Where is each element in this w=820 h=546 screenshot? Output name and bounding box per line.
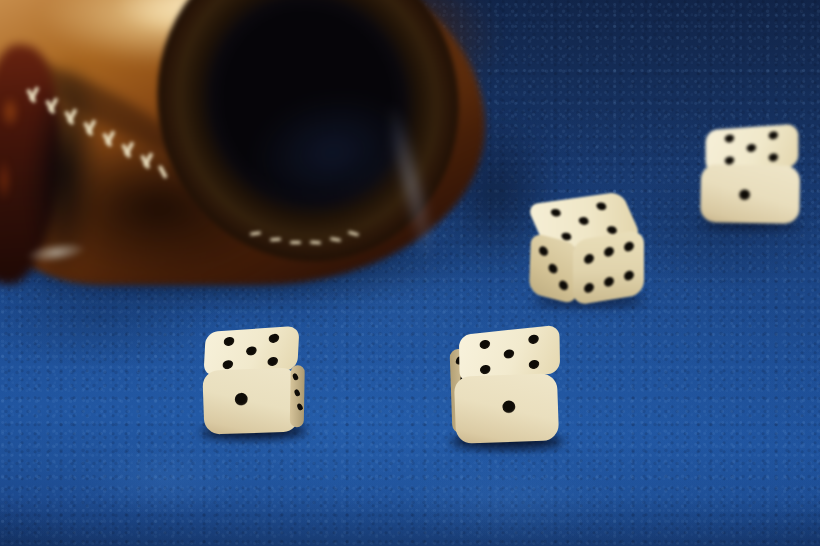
pip [604,247,614,259]
pip [502,400,515,413]
die-1-front-face-1 [202,368,299,435]
pip [769,131,779,140]
die-4 [698,125,804,226]
pip [747,144,757,153]
pip [559,280,568,292]
pip [528,334,539,344]
die-1 [201,326,305,436]
pip [268,356,279,366]
pip [504,349,515,359]
pip [479,339,490,349]
pip [480,364,491,374]
pip [235,393,248,406]
pip [605,277,615,289]
dice-layer [0,0,820,546]
die-2 [451,329,563,444]
pip [224,336,235,346]
die-3 [529,196,646,302]
pip [223,360,234,370]
pip [549,208,562,217]
pip [269,333,280,343]
pip [769,153,779,162]
pip [296,402,304,411]
pip [246,346,257,356]
pip [539,245,548,257]
pip [625,270,635,282]
die-3-left-face-3 [529,232,578,305]
photo-scene [0,0,820,546]
die-4-front-face-1 [700,164,800,224]
pip [291,373,299,382]
pip [595,202,608,211]
pip [585,283,595,295]
pip [584,253,594,265]
pip [294,389,302,398]
die-3-right-face-6 [573,230,644,306]
pip [549,263,558,275]
pip [577,217,590,226]
pip [725,134,735,143]
pip [739,189,750,200]
die-2-front-face-1 [454,373,559,443]
die-1-right-face-partial-3 [289,365,304,427]
pip [624,241,634,253]
pip [528,359,539,369]
